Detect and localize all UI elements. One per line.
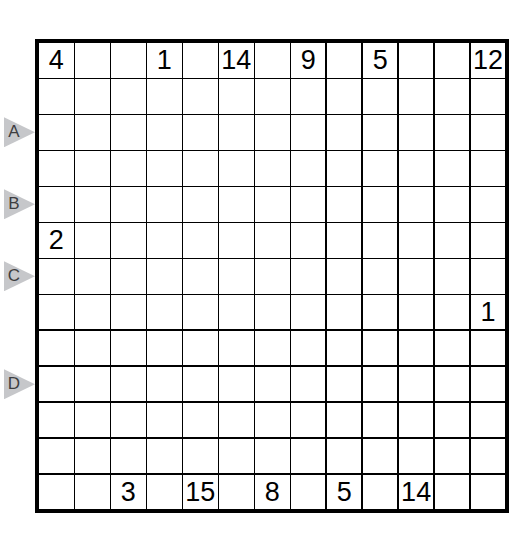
cell-r1c6-given-14: 14 [219,43,254,78]
cell-r10c6[interactable] [219,367,254,402]
cell-r11c8[interactable] [291,403,326,438]
cell-r5c9[interactable] [327,187,362,222]
cell-r5c3[interactable] [111,187,146,222]
cell-r2c1[interactable] [39,79,74,114]
cell-r1c12[interactable] [435,43,470,78]
cell-r2c12[interactable] [435,79,470,114]
cell-r9c6[interactable] [219,331,254,366]
cell-r6c11[interactable] [399,223,434,258]
cell-r7c7[interactable] [255,259,290,294]
cell-r11c6[interactable] [219,403,254,438]
cell-r9c10[interactable] [363,331,398,366]
cell-r13c5-given-15: 15 [183,475,218,510]
cell-r12c2[interactable] [75,439,110,474]
cell-r8c8[interactable] [291,295,326,330]
cell-r13c13[interactable] [471,475,506,510]
cell-r10c12[interactable] [435,367,470,402]
cell-r7c3[interactable] [111,259,146,294]
cell-r7c13[interactable] [471,259,506,294]
cell-r13c8[interactable] [291,475,326,510]
cell-r5c11[interactable] [399,187,434,222]
cell-r10c7[interactable] [255,367,290,402]
cell-r2c13[interactable] [471,79,506,114]
cell-r11c2[interactable] [75,403,110,438]
puzzle-page: ABCD 41149512213158514 [0,0,513,552]
cell-r8c9[interactable] [327,295,362,330]
cell-r11c10[interactable] [363,403,398,438]
cell-r11c4[interactable] [147,403,182,438]
cell-r3c4[interactable] [147,115,182,150]
cell-r2c7[interactable] [255,79,290,114]
cell-r12c1[interactable] [39,439,74,474]
row-marker-C: C [4,261,35,291]
cell-r10c13[interactable] [471,367,506,402]
cell-r3c11[interactable] [399,115,434,150]
cell-r7c12[interactable] [435,259,470,294]
cell-r5c1[interactable] [39,187,74,222]
cell-r10c2[interactable] [75,367,110,402]
cell-r11c7[interactable] [255,403,290,438]
cell-r9c9[interactable] [327,331,362,366]
cell-r9c1[interactable] [39,331,74,366]
cell-r6c7[interactable] [255,223,290,258]
cell-r13c4[interactable] [147,475,182,510]
cell-r9c2[interactable] [75,331,110,366]
cell-r9c3[interactable] [111,331,146,366]
cell-r2c4[interactable] [147,79,182,114]
cell-r8c7[interactable] [255,295,290,330]
row-marker-B: B [4,189,35,219]
cell-r1c5[interactable] [183,43,218,78]
cell-r4c6[interactable] [219,151,254,186]
cell-r10c4[interactable] [147,367,182,402]
cell-r2c9[interactable] [327,79,362,114]
cell-r1c2[interactable] [75,43,110,78]
cell-r13c12[interactable] [435,475,470,510]
cell-r13c6[interactable] [219,475,254,510]
cell-r2c11[interactable] [399,79,434,114]
cell-r9c13[interactable] [471,331,506,366]
cell-r6c2[interactable] [75,223,110,258]
cell-r4c7[interactable] [255,151,290,186]
cell-r3c7[interactable] [255,115,290,150]
cell-r13c7-given-8: 8 [255,475,290,510]
cell-r2c3[interactable] [111,79,146,114]
cell-r12c8[interactable] [291,439,326,474]
cell-r2c2[interactable] [75,79,110,114]
cell-r10c9[interactable] [327,367,362,402]
cell-r1c1-given-4: 4 [39,43,74,78]
cell-r5c10[interactable] [363,187,398,222]
cell-r4c1[interactable] [39,151,74,186]
cell-r7c5[interactable] [183,259,218,294]
cell-r5c13[interactable] [471,187,506,222]
cell-r1c11[interactable] [399,43,434,78]
cell-r10c11[interactable] [399,367,434,402]
cell-r8c6[interactable] [219,295,254,330]
cell-r8c10[interactable] [363,295,398,330]
cell-r4c5[interactable] [183,151,218,186]
cell-r5c7[interactable] [255,187,290,222]
cell-r9c7[interactable] [255,331,290,366]
cell-r6c5[interactable] [183,223,218,258]
cell-r1c13-given-12: 12 [471,43,506,78]
cell-r9c4[interactable] [147,331,182,366]
cell-r3c9[interactable] [327,115,362,150]
cell-r11c13[interactable] [471,403,506,438]
cell-r3c10[interactable] [363,115,398,150]
cell-r3c12[interactable] [435,115,470,150]
cell-r12c4[interactable] [147,439,182,474]
cell-r7c8[interactable] [291,259,326,294]
row-marker-label: D [6,369,22,399]
cell-r8c4[interactable] [147,295,182,330]
cell-r12c10[interactable] [363,439,398,474]
cell-r10c8[interactable] [291,367,326,402]
puzzle-board: 41149512213158514 [35,39,509,513]
cell-r8c5[interactable] [183,295,218,330]
cell-r9c5[interactable] [183,331,218,366]
cell-r7c9[interactable] [327,259,362,294]
cell-r5c4[interactable] [147,187,182,222]
cell-r6c1-given-2: 2 [39,223,74,258]
cell-r12c3[interactable] [111,439,146,474]
cell-r11c9[interactable] [327,403,362,438]
cell-r13c2[interactable] [75,475,110,510]
cell-r5c2[interactable] [75,187,110,222]
cell-r12c12[interactable] [435,439,470,474]
cell-r2c8[interactable] [291,79,326,114]
cell-r4c4[interactable] [147,151,182,186]
cell-r6c3[interactable] [111,223,146,258]
cell-r12c13[interactable] [471,439,506,474]
cell-r5c8[interactable] [291,187,326,222]
cell-r10c1[interactable] [39,367,74,402]
cell-r1c7[interactable] [255,43,290,78]
cell-r4c10[interactable] [363,151,398,186]
cell-r8c12[interactable] [435,295,470,330]
cell-r13c1[interactable] [39,475,74,510]
cell-r4c13[interactable] [471,151,506,186]
cell-r12c7[interactable] [255,439,290,474]
cell-r11c5[interactable] [183,403,218,438]
cell-r5c5[interactable] [183,187,218,222]
cell-r4c8[interactable] [291,151,326,186]
cell-r1c4-given-1: 1 [147,43,182,78]
cell-r8c1[interactable] [39,295,74,330]
cell-r4c11[interactable] [399,151,434,186]
cell-r11c3[interactable] [111,403,146,438]
cell-r13c11-given-14: 14 [399,475,434,510]
cell-r4c12[interactable] [435,151,470,186]
cell-r3c8[interactable] [291,115,326,150]
cell-r9c8[interactable] [291,331,326,366]
cell-r13c3-given-3: 3 [111,475,146,510]
cell-r7c2[interactable] [75,259,110,294]
cell-r6c13[interactable] [471,223,506,258]
cell-r7c4[interactable] [147,259,182,294]
cell-r3c2[interactable] [75,115,110,150]
cell-r1c10-given-5: 5 [363,43,398,78]
row-marker-A: A [4,117,35,147]
cell-r3c5[interactable] [183,115,218,150]
cell-r12c6[interactable] [219,439,254,474]
cell-r7c11[interactable] [399,259,434,294]
cell-r3c3[interactable] [111,115,146,150]
cell-r3c1[interactable] [39,115,74,150]
cell-r6c8[interactable] [291,223,326,258]
cell-r6c10[interactable] [363,223,398,258]
cell-r4c2[interactable] [75,151,110,186]
cell-r3c6[interactable] [219,115,254,150]
cell-r10c10[interactable] [363,367,398,402]
cell-r11c1[interactable] [39,403,74,438]
cell-r3c13[interactable] [471,115,506,150]
cell-r13c9-given-5: 5 [327,475,362,510]
cell-r2c5[interactable] [183,79,218,114]
cell-r11c12[interactable] [435,403,470,438]
cell-r12c11[interactable] [399,439,434,474]
cell-r5c12[interactable] [435,187,470,222]
cell-r1c3[interactable] [111,43,146,78]
cell-r11c11[interactable] [399,403,434,438]
cell-r2c10[interactable] [363,79,398,114]
cell-r7c10[interactable] [363,259,398,294]
cell-r8c2[interactable] [75,295,110,330]
cell-r5c6[interactable] [219,187,254,222]
cell-r9c12[interactable] [435,331,470,366]
row-marker-D: D [4,369,35,399]
cell-r4c9[interactable] [327,151,362,186]
cell-r10c3[interactable] [111,367,146,402]
cell-r12c9[interactable] [327,439,362,474]
cell-r8c11[interactable] [399,295,434,330]
cell-r6c9[interactable] [327,223,362,258]
cell-r2c6[interactable] [219,79,254,114]
row-marker-label: B [6,189,22,219]
cell-r13c10[interactable] [363,475,398,510]
cell-r6c12[interactable] [435,223,470,258]
cell-r7c6[interactable] [219,259,254,294]
cell-r8c3[interactable] [111,295,146,330]
cell-r1c8-given-9: 9 [291,43,326,78]
cell-r1c9[interactable] [327,43,362,78]
cell-r6c6[interactable] [219,223,254,258]
cell-r12c5[interactable] [183,439,218,474]
row-marker-label: C [6,261,22,291]
cell-r8c13-given-1: 1 [471,295,506,330]
cell-r7c1[interactable] [39,259,74,294]
cell-r4c3[interactable] [111,151,146,186]
row-marker-label: A [6,117,22,147]
cell-r6c4[interactable] [147,223,182,258]
cell-r9c11[interactable] [399,331,434,366]
cell-r10c5[interactable] [183,367,218,402]
